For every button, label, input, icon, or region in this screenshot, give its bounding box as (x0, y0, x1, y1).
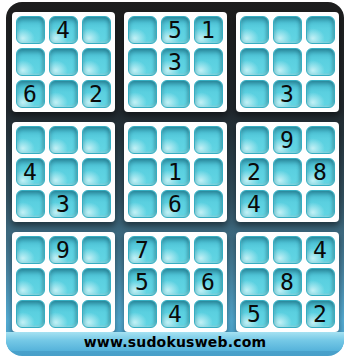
sudoku-board: 462513343169284975644852 (6, 2, 344, 332)
cell-r6c4[interactable] (128, 190, 157, 218)
cell-r1c2[interactable]: 4 (49, 16, 78, 44)
website-url: www.sudokusweb.com (84, 334, 267, 350)
cell-r7c4[interactable]: 7 (128, 236, 157, 264)
cell-r9c8[interactable] (273, 300, 302, 328)
cell-r4c6[interactable] (194, 126, 223, 154)
footer-band: www.sudokusweb.com (6, 332, 344, 351)
cell-r7c6[interactable] (194, 236, 223, 264)
cell-r1c9[interactable] (306, 16, 335, 44)
cell-r6c5[interactable]: 6 (161, 190, 190, 218)
cell-r8c4[interactable]: 5 (128, 268, 157, 296)
cell-r4c7[interactable] (240, 126, 269, 154)
cell-r3c9[interactable] (306, 80, 335, 108)
cell-r2c3[interactable] (82, 48, 111, 76)
sudoku-frame: 462513343169284975644852 www.sudokusweb.… (6, 2, 344, 356)
cell-r3c5[interactable] (161, 80, 190, 108)
cell-r1c6[interactable]: 1 (194, 16, 223, 44)
cell-r1c3[interactable] (82, 16, 111, 44)
cell-r6c6[interactable] (194, 190, 223, 218)
cell-r6c2[interactable]: 3 (49, 190, 78, 218)
cell-r4c2[interactable] (49, 126, 78, 154)
cell-r9c9[interactable]: 2 (306, 300, 335, 328)
cell-r9c6[interactable] (194, 300, 223, 328)
cell-r1c1[interactable] (16, 16, 45, 44)
cell-r6c3[interactable] (82, 190, 111, 218)
cell-r4c9[interactable] (306, 126, 335, 154)
cell-r9c3[interactable] (82, 300, 111, 328)
cell-r8c7[interactable] (240, 268, 269, 296)
cell-r9c2[interactable] (49, 300, 78, 328)
cell-r2c2[interactable] (49, 48, 78, 76)
cell-r8c6[interactable]: 6 (194, 268, 223, 296)
cell-r7c7[interactable] (240, 236, 269, 264)
cell-r8c5[interactable] (161, 268, 190, 296)
cell-r5c7[interactable]: 2 (240, 158, 269, 186)
cell-r1c8[interactable] (273, 16, 302, 44)
box-1-3: 3 (236, 12, 339, 112)
cell-r3c6[interactable] (194, 80, 223, 108)
cell-r5c8[interactable] (273, 158, 302, 186)
cell-r3c8[interactable]: 3 (273, 80, 302, 108)
cell-r4c4[interactable] (128, 126, 157, 154)
box-2-3: 9284 (236, 122, 339, 222)
cell-r4c8[interactable]: 9 (273, 126, 302, 154)
cell-r5c1[interactable]: 4 (16, 158, 45, 186)
cell-r8c3[interactable] (82, 268, 111, 296)
box-1-1: 462 (12, 12, 115, 112)
cell-r4c1[interactable] (16, 126, 45, 154)
cell-r8c9[interactable] (306, 268, 335, 296)
cell-r9c5[interactable]: 4 (161, 300, 190, 328)
cell-r6c1[interactable] (16, 190, 45, 218)
cell-r5c3[interactable] (82, 158, 111, 186)
cell-r8c2[interactable] (49, 268, 78, 296)
cell-r6c7[interactable]: 4 (240, 190, 269, 218)
cell-r5c2[interactable] (49, 158, 78, 186)
cell-r2c1[interactable] (16, 48, 45, 76)
cell-r3c1[interactable]: 6 (16, 80, 45, 108)
cell-r2c5[interactable]: 3 (161, 48, 190, 76)
cell-r7c1[interactable] (16, 236, 45, 264)
cell-r9c4[interactable] (128, 300, 157, 328)
cell-r5c6[interactable] (194, 158, 223, 186)
cell-r7c8[interactable] (273, 236, 302, 264)
box-2-2: 16 (124, 122, 227, 222)
cell-r3c3[interactable]: 2 (82, 80, 111, 108)
box-3-3: 4852 (236, 232, 339, 332)
cell-r5c4[interactable] (128, 158, 157, 186)
cell-r8c8[interactable]: 8 (273, 268, 302, 296)
cell-r6c9[interactable] (306, 190, 335, 218)
cell-r4c3[interactable] (82, 126, 111, 154)
cell-r7c5[interactable] (161, 236, 190, 264)
cell-r1c7[interactable] (240, 16, 269, 44)
cell-r7c2[interactable]: 9 (49, 236, 78, 264)
cell-r7c9[interactable]: 4 (306, 236, 335, 264)
cell-r3c7[interactable] (240, 80, 269, 108)
cell-r2c6[interactable] (194, 48, 223, 76)
cell-r5c9[interactable]: 8 (306, 158, 335, 186)
cell-r3c2[interactable] (49, 80, 78, 108)
box-2-1: 43 (12, 122, 115, 222)
box-3-2: 7564 (124, 232, 227, 332)
cell-r2c8[interactable] (273, 48, 302, 76)
cell-r8c1[interactable] (16, 268, 45, 296)
cell-r2c4[interactable] (128, 48, 157, 76)
cell-r3c4[interactable] (128, 80, 157, 108)
cell-r7c3[interactable] (82, 236, 111, 264)
cell-r2c7[interactable] (240, 48, 269, 76)
cell-r1c5[interactable]: 5 (161, 16, 190, 44)
cell-r2c9[interactable] (306, 48, 335, 76)
cell-r6c8[interactable] (273, 190, 302, 218)
cell-r9c1[interactable] (16, 300, 45, 328)
box-1-2: 513 (124, 12, 227, 112)
cell-r9c7[interactable]: 5 (240, 300, 269, 328)
cell-r5c5[interactable]: 1 (161, 158, 190, 186)
cell-r1c4[interactable] (128, 16, 157, 44)
cell-r4c5[interactable] (161, 126, 190, 154)
box-3-1: 9 (12, 232, 115, 332)
